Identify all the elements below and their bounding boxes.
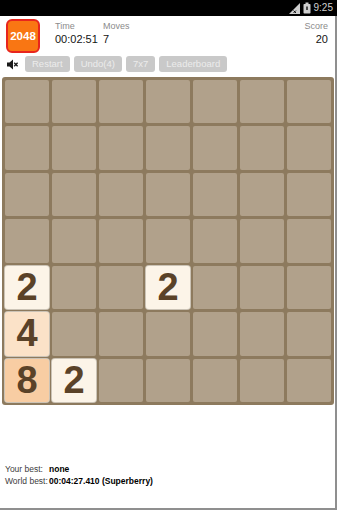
board-cell-r5c4 <box>193 312 237 355</box>
leaderboard-button[interactable]: Leaderboard <box>159 56 227 72</box>
board-cell-r1c4 <box>193 126 237 169</box>
screen: 9:25 2048 Time 00:02:51 Moves 7 Score 20… <box>0 0 337 512</box>
your-best-value: none <box>49 464 69 474</box>
undo-button[interactable]: Undo(4) <box>74 56 122 72</box>
tile-4: 4 <box>5 312 49 355</box>
tile-8: 8 <box>5 359 49 402</box>
board-cell-r1c3 <box>146 126 190 169</box>
board-cell-r3c2 <box>99 219 143 262</box>
toolbar: RestartUndo(4)7x7Leaderboard <box>6 56 227 72</box>
board-cell-r1c6 <box>287 126 331 169</box>
board-cell-r2c4 <box>193 173 237 216</box>
board-cell-r5c6 <box>287 312 331 355</box>
board-cell-r2c3 <box>146 173 190 216</box>
your-best-label: Your best: <box>5 463 49 475</box>
board-cell-r4c5 <box>240 266 284 309</box>
moves-label: Moves <box>103 21 130 31</box>
score-value: 20 <box>304 33 328 45</box>
board-cell-r2c2 <box>99 173 143 216</box>
board-cell-r4c1 <box>52 266 96 309</box>
game-board[interactable]: 22482 <box>2 77 334 405</box>
board-cell-r4c0: 2 <box>5 266 49 309</box>
board-cell-r5c5 <box>240 312 284 355</box>
board-cell-r3c3 <box>146 219 190 262</box>
world-best-row: World best:00:04:27.410 (Superberry) <box>5 475 153 487</box>
board-cell-r6c6 <box>287 359 331 402</box>
tile-2: 2 <box>146 266 190 309</box>
score-stat: Score 20 <box>304 21 328 45</box>
board-cell-r0c4 <box>193 80 237 123</box>
time-label: Time <box>55 21 98 31</box>
board-cell-r4c2 <box>99 266 143 309</box>
signal-icon <box>289 3 300 14</box>
board-cell-r0c2 <box>99 80 143 123</box>
board-size-button[interactable]: 7x7 <box>126 56 155 72</box>
world-best-value: 00:04:27.410 (Superberry) <box>49 476 153 486</box>
battery-icon <box>303 2 311 14</box>
board-cell-r1c1 <box>52 126 96 169</box>
board-cell-r1c5 <box>240 126 284 169</box>
tile-2: 2 <box>5 266 49 309</box>
restart-button[interactable]: Restart <box>25 56 70 72</box>
score-label: Score <box>304 21 328 31</box>
tile-2: 2 <box>52 359 96 402</box>
board-cell-r3c1 <box>52 219 96 262</box>
board-cell-r3c5 <box>240 219 284 262</box>
board-cell-r4c3: 2 <box>146 266 190 309</box>
board-cell-r2c0 <box>5 173 49 216</box>
status-bar: 9:25 <box>0 0 337 16</box>
board-cell-r5c1 <box>52 312 96 355</box>
mute-icon[interactable] <box>6 58 19 71</box>
moves-stat: Moves 7 <box>103 21 130 45</box>
clock-text: 9:25 <box>314 0 333 16</box>
footer: Your best:none World best:00:04:27.410 (… <box>5 463 153 487</box>
board-cell-r6c0: 8 <box>5 359 49 402</box>
your-best-row: Your best:none <box>5 463 153 475</box>
board-cell-r1c2 <box>99 126 143 169</box>
board-cell-r0c0 <box>5 80 49 123</box>
board-cell-r6c2 <box>99 359 143 402</box>
board-cell-r3c4 <box>193 219 237 262</box>
board-cell-r5c3 <box>146 312 190 355</box>
board-cell-r4c4 <box>193 266 237 309</box>
board-cell-r1c0 <box>5 126 49 169</box>
board-cell-r6c1: 2 <box>52 359 96 402</box>
board-cell-r3c0 <box>5 219 49 262</box>
time-stat: Time 00:02:51 <box>55 21 98 45</box>
board-cell-r3c6 <box>287 219 331 262</box>
time-value: 00:02:51 <box>55 33 98 45</box>
board-cell-r2c1 <box>52 173 96 216</box>
board-cell-r4c6 <box>287 266 331 309</box>
moves-value: 7 <box>103 33 130 45</box>
board-cell-r6c4 <box>193 359 237 402</box>
board-cell-r0c1 <box>52 80 96 123</box>
board-cell-r5c0: 4 <box>5 312 49 355</box>
board-cell-r2c5 <box>240 173 284 216</box>
logo-tile: 2048 <box>6 19 40 53</box>
board-cell-r0c5 <box>240 80 284 123</box>
board-cell-r2c6 <box>287 173 331 216</box>
board-cell-r6c5 <box>240 359 284 402</box>
world-best-label: World best: <box>5 475 49 487</box>
board-cell-r6c3 <box>146 359 190 402</box>
board-cell-r0c3 <box>146 80 190 123</box>
board-cell-r5c2 <box>99 312 143 355</box>
board-cell-r0c6 <box>287 80 331 123</box>
